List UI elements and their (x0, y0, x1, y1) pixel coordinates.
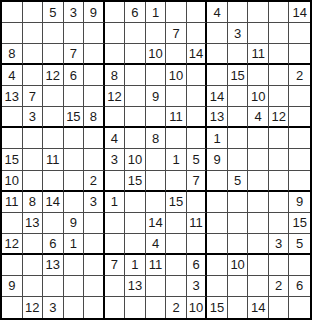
grid-cell-empty[interactable] (166, 255, 187, 276)
grid-cell-given: 11 (2, 192, 23, 213)
grid-cell-given: 6 (187, 255, 208, 276)
grid-cell-empty[interactable] (84, 149, 105, 170)
grid-cell-empty[interactable] (269, 255, 290, 276)
grid-cell-given: 14 (248, 297, 269, 318)
grid-cell-given: 7 (105, 255, 126, 276)
grid-cell-given: 8 (2, 44, 23, 65)
grid-cell-empty[interactable] (248, 213, 269, 234)
grid-cell-given: 12 (23, 297, 44, 318)
grid-cell-given: 9 (146, 86, 167, 107)
grid-cell-empty[interactable] (84, 234, 105, 255)
grid-cell-empty[interactable] (166, 128, 187, 149)
grid-cell-empty[interactable] (43, 276, 64, 297)
grid-cell-given: 3 (23, 107, 44, 128)
grid-cell-given: 15 (125, 171, 146, 192)
grid-cell-empty[interactable] (207, 192, 228, 213)
grid-cell-empty[interactable] (248, 192, 269, 213)
grid-cell-empty[interactable] (105, 276, 126, 297)
grid-cell-empty[interactable] (23, 44, 44, 65)
grid-cell-empty[interactable] (269, 86, 290, 107)
grid-cell-given: 3 (43, 297, 64, 318)
grid-cell-empty[interactable] (105, 107, 126, 128)
grid-cell-given: 1 (64, 234, 85, 255)
grid-cell-given: 7 (23, 86, 44, 107)
grid-cell-given: 4 (248, 107, 269, 128)
grid-cell-given: 15 (289, 213, 310, 234)
grid-cell-empty[interactable] (84, 86, 105, 107)
grid-cell-empty[interactable] (207, 44, 228, 65)
grid-cell-empty[interactable] (228, 128, 249, 149)
grid-cell-given: 10 (166, 65, 187, 86)
grid-cell-empty[interactable] (23, 65, 44, 86)
grid-cell-given: 9 (84, 2, 105, 23)
grid-cell-empty[interactable] (187, 86, 208, 107)
grid-cell-empty[interactable] (269, 171, 290, 192)
grid-cell-empty[interactable] (125, 107, 146, 128)
grid-cell-empty[interactable] (84, 44, 105, 65)
grid-cell-given: 9 (207, 149, 228, 170)
grid-cell-empty[interactable] (64, 276, 85, 297)
grid-cell-empty[interactable] (2, 297, 23, 318)
grid-cell-empty[interactable] (84, 213, 105, 234)
grid-cell-empty[interactable] (23, 149, 44, 170)
grid-cell-empty[interactable] (43, 128, 64, 149)
grid-cell-empty[interactable] (228, 2, 249, 23)
grid-cell-empty[interactable] (248, 255, 269, 276)
grid-cell-given: 10 (248, 86, 269, 107)
grid-cell-empty[interactable] (228, 234, 249, 255)
grid-cell-empty[interactable] (289, 23, 310, 44)
grid-cell-given: 3 (269, 234, 290, 255)
grid-cell-empty[interactable] (207, 171, 228, 192)
grid-cell-given: 10 (146, 44, 167, 65)
grid-cell-given: 15 (228, 65, 249, 86)
grid-cell-given: 3 (228, 23, 249, 44)
grid-cell-empty[interactable] (289, 107, 310, 128)
grid-cell-given: 6 (43, 234, 64, 255)
grid-cell-given: 13 (125, 276, 146, 297)
grid-cell-empty[interactable] (248, 149, 269, 170)
grid-cell-given: 10 (228, 255, 249, 276)
grid-cell-empty[interactable] (23, 23, 44, 44)
grid-cell-given: 14 (43, 192, 64, 213)
grid-cell-empty[interactable] (125, 192, 146, 213)
grid-cell-empty[interactable] (289, 86, 310, 107)
grid-cell-empty[interactable] (228, 213, 249, 234)
grid-cell-empty[interactable] (43, 44, 64, 65)
grid-cell-empty[interactable] (289, 255, 310, 276)
grid-cell-empty[interactable] (166, 213, 187, 234)
grid-cell-empty[interactable] (146, 149, 167, 170)
grid-cell-empty[interactable] (84, 276, 105, 297)
grid-cell-empty[interactable] (43, 86, 64, 107)
grid-cell-empty[interactable] (146, 171, 167, 192)
grid-cell-empty[interactable] (187, 192, 208, 213)
grid-cell-given: 4 (105, 128, 126, 149)
grid-cell-empty[interactable] (269, 297, 290, 318)
grid-cell-empty[interactable] (228, 86, 249, 107)
grid-cell-empty[interactable] (269, 65, 290, 86)
grid-cell-empty[interactable] (207, 234, 228, 255)
grid-cell-empty[interactable] (43, 171, 64, 192)
grid-cell-given: 3 (105, 149, 126, 170)
grid-cell-empty[interactable] (166, 2, 187, 23)
grid-cell-given: 3 (84, 192, 105, 213)
grid-cell-empty[interactable] (2, 255, 23, 276)
grid-cell-given: 11 (146, 255, 167, 276)
grid-cell-given: 12 (269, 107, 290, 128)
grid-cell-empty[interactable] (187, 2, 208, 23)
grid-cell-given: 10 (187, 297, 208, 318)
grid-cell-given: 5 (43, 2, 64, 23)
grid-cell-empty[interactable] (166, 171, 187, 192)
grid-cell-empty[interactable] (289, 171, 310, 192)
sudoku-page: 5396141473871014114126810152137129141031… (0, 0, 312, 320)
grid-cell-empty[interactable] (187, 107, 208, 128)
grid-cell-given: 6 (125, 2, 146, 23)
grid-cell-given: 7 (64, 44, 85, 65)
grid-cell-given: 2 (84, 171, 105, 192)
grid-cell-given: 10 (125, 149, 146, 170)
grid-cell-empty[interactable] (166, 276, 187, 297)
grid-cell-empty[interactable] (43, 23, 64, 44)
grid-cell-empty[interactable] (146, 23, 167, 44)
grid-cell-empty[interactable] (84, 23, 105, 44)
grid-cell-empty[interactable] (23, 276, 44, 297)
grid-cell-empty[interactable] (2, 128, 23, 149)
grid-cell-empty[interactable] (125, 23, 146, 44)
grid-cell-empty[interactable] (289, 44, 310, 65)
grid-cell-given: 13 (2, 86, 23, 107)
grid-cell-given: 14 (289, 2, 310, 23)
grid-cell-empty[interactable] (43, 213, 64, 234)
grid-cell-empty[interactable] (248, 276, 269, 297)
grid-cell-given: 9 (2, 276, 23, 297)
grid-cell-given: 6 (289, 276, 310, 297)
grid-cell-empty[interactable] (2, 213, 23, 234)
grid-cell-empty[interactable] (43, 107, 64, 128)
grid-cell-empty[interactable] (207, 255, 228, 276)
grid-cell-empty[interactable] (166, 234, 187, 255)
grid-cell-empty[interactable] (64, 149, 85, 170)
grid-cell-given: 12 (43, 65, 64, 86)
grid-cell-empty[interactable] (105, 44, 126, 65)
grid-cell-given: 11 (166, 107, 187, 128)
grid-cell-given: 12 (2, 234, 23, 255)
grid-cell-empty[interactable] (207, 276, 228, 297)
grid-cell-empty[interactable] (2, 23, 23, 44)
grid-cell-given: 14 (187, 44, 208, 65)
grid-cell-empty[interactable] (105, 23, 126, 44)
grid-cell-given: 15 (64, 107, 85, 128)
grid-cell-empty[interactable] (23, 171, 44, 192)
grid-cell-given: 8 (146, 128, 167, 149)
grid-cell-given: 2 (269, 276, 290, 297)
grid-cell-given: 13 (43, 255, 64, 276)
grid-cell-empty[interactable] (64, 23, 85, 44)
grid-cell-given: 5 (228, 171, 249, 192)
grid-cell-given: 4 (146, 234, 167, 255)
grid-cell-given: 5 (187, 149, 208, 170)
grid-cell-given: 1 (125, 255, 146, 276)
grid-cell-given: 8 (84, 107, 105, 128)
grid-cell-given: 3 (187, 276, 208, 297)
grid-cell-empty[interactable] (84, 255, 105, 276)
grid-cell-empty[interactable] (125, 297, 146, 318)
grid-cell-empty[interactable] (166, 86, 187, 107)
grid-cell-given: 10 (2, 171, 23, 192)
grid-cell-empty[interactable] (248, 128, 269, 149)
grid-cell-given: 14 (146, 213, 167, 234)
grid-cell-empty[interactable] (248, 23, 269, 44)
grid-cell-empty[interactable] (248, 2, 269, 23)
grid-cell-empty[interactable] (187, 128, 208, 149)
grid-cell-given: 15 (2, 149, 23, 170)
grid-cell-empty[interactable] (146, 65, 167, 86)
grid-cell-empty[interactable] (228, 44, 249, 65)
grid-cell-given: 4 (2, 65, 23, 86)
grid-cell-empty[interactable] (228, 276, 249, 297)
grid-cell-empty[interactable] (125, 86, 146, 107)
grid-cell-empty[interactable] (84, 297, 105, 318)
grid-cell-empty[interactable] (125, 213, 146, 234)
grid-cell-empty[interactable] (269, 44, 290, 65)
grid-cell-given: 12 (105, 86, 126, 107)
grid-cell-empty[interactable] (187, 65, 208, 86)
grid-cell-empty[interactable] (187, 234, 208, 255)
grid-cell-empty[interactable] (64, 192, 85, 213)
grid-cell-empty[interactable] (23, 255, 44, 276)
grid-cell-given: 1 (166, 149, 187, 170)
grid-cell-empty[interactable] (105, 297, 126, 318)
grid-cell-given: 5 (289, 234, 310, 255)
grid-cell-empty[interactable] (125, 44, 146, 65)
grid-cell-empty[interactable] (64, 128, 85, 149)
grid-cell-empty[interactable] (64, 297, 85, 318)
grid-cell-empty[interactable] (84, 65, 105, 86)
grid-cell-empty[interactable] (248, 65, 269, 86)
grid-cell-given: 11 (43, 149, 64, 170)
grid-cell-given: 1 (146, 2, 167, 23)
grid-cell-empty[interactable] (269, 192, 290, 213)
grid-cell-given: 9 (64, 213, 85, 234)
grid-cell-given: 9 (289, 192, 310, 213)
grid-cell-empty[interactable] (2, 107, 23, 128)
grid-cell-empty[interactable] (228, 149, 249, 170)
grid-cell-given: 15 (207, 297, 228, 318)
grid-cell-given: 1 (207, 128, 228, 149)
grid-cell-empty[interactable] (166, 44, 187, 65)
grid-cell-given: 14 (207, 86, 228, 107)
grid-cell-given: 11 (187, 213, 208, 234)
grid-cell-given: 7 (187, 171, 208, 192)
grid-cell-empty[interactable] (23, 2, 44, 23)
grid-cell-empty[interactable] (228, 297, 249, 318)
grid-cell-empty[interactable] (125, 65, 146, 86)
grid-cell-empty[interactable] (248, 234, 269, 255)
grid-cell-given: 3 (64, 2, 85, 23)
grid-cell-empty[interactable] (187, 23, 208, 44)
grid-cell-empty[interactable] (228, 107, 249, 128)
grid-cell-given: 8 (23, 192, 44, 213)
grid-cell-empty[interactable] (207, 213, 228, 234)
grid-cell-empty[interactable] (2, 2, 23, 23)
grid-cell-empty[interactable] (269, 213, 290, 234)
grid-cell-given: 4 (207, 2, 228, 23)
grid-cell-given: 15 (166, 192, 187, 213)
grid-cell-empty[interactable] (146, 297, 167, 318)
grid-cell-given: 13 (23, 213, 44, 234)
grid-cell-empty[interactable] (146, 107, 167, 128)
grid-cell-empty[interactable] (269, 128, 290, 149)
grid-cell-given: 1 (105, 192, 126, 213)
grid-cell-empty[interactable] (64, 171, 85, 192)
grid-cell-given: 2 (166, 297, 187, 318)
grid-cell-empty[interactable] (23, 234, 44, 255)
grid-cell-empty[interactable] (105, 234, 126, 255)
grid-cell-empty[interactable] (23, 128, 44, 149)
grid-cell-empty[interactable] (146, 276, 167, 297)
grid-cell-given: 8 (105, 65, 126, 86)
grid-cell-given: 2 (289, 65, 310, 86)
grid-cell-empty[interactable] (207, 65, 228, 86)
grid-cell-empty[interactable] (207, 23, 228, 44)
grid-cell-empty[interactable] (289, 149, 310, 170)
grid-cell-empty[interactable] (105, 171, 126, 192)
grid-cell-empty[interactable] (105, 2, 126, 23)
grid-cell-empty[interactable] (64, 255, 85, 276)
grid-cell-empty[interactable] (84, 128, 105, 149)
grid-cell-empty[interactable] (269, 2, 290, 23)
grid-cell-empty[interactable] (146, 192, 167, 213)
sudoku-board: 5396141473871014114126810152137129141031… (0, 0, 312, 320)
grid-cell-empty[interactable] (269, 23, 290, 44)
grid-cell-empty[interactable] (289, 128, 310, 149)
grid-cell-empty[interactable] (105, 213, 126, 234)
grid-cell-empty[interactable] (289, 297, 310, 318)
grid-cell-given: 6 (64, 65, 85, 86)
grid-cell-empty[interactable] (269, 149, 290, 170)
grid-cell-given: 13 (207, 107, 228, 128)
grid-cell-given: 11 (248, 44, 269, 65)
grid-cell-given: 7 (166, 23, 187, 44)
grid-cell-empty[interactable] (228, 192, 249, 213)
grid-cell-empty[interactable] (125, 128, 146, 149)
grid-cell-empty[interactable] (64, 86, 85, 107)
grid-cell-empty[interactable] (248, 171, 269, 192)
grid-cell-empty[interactable] (125, 234, 146, 255)
